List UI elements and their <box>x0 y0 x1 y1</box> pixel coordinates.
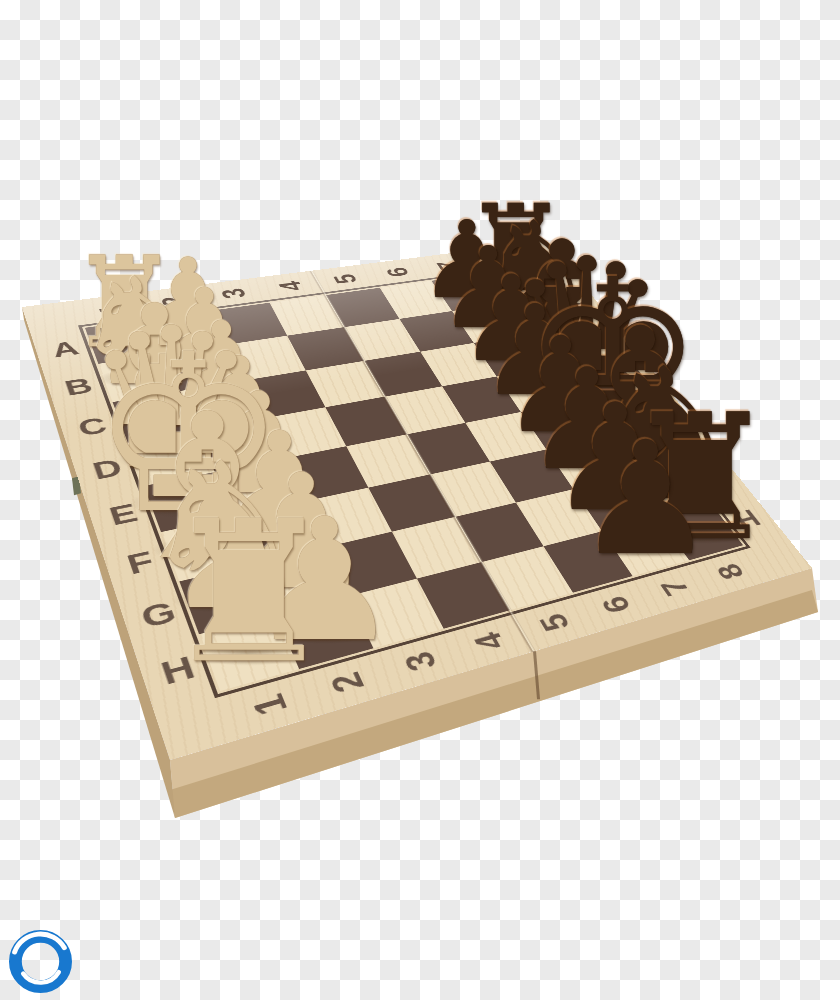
logo-swoosh-bottom <box>23 972 59 983</box>
chess-board: AABBCCDDEEFFGGHH1122334455667788 <box>22 241 812 760</box>
side-hinge-seam <box>533 651 540 699</box>
logo-ring <box>15 936 65 986</box>
brand-logo-watermark <box>9 930 72 993</box>
transparent-canvas: AABBCCDDEEFFGGHH1122334455667788 ♜♟♞♟♟♜♝… <box>0 0 840 1000</box>
